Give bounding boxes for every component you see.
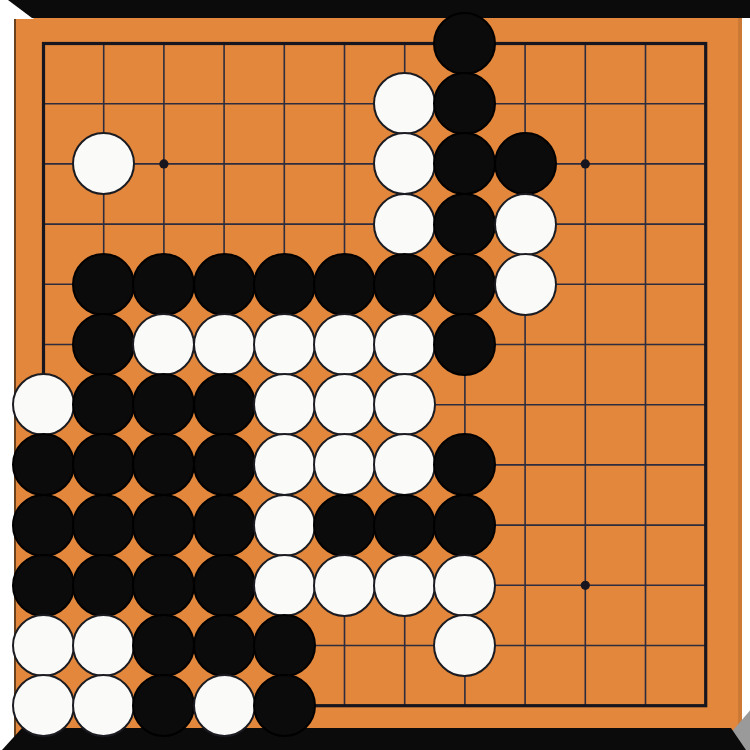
black-stone[interactable]	[433, 12, 496, 75]
white-stone[interactable]	[373, 132, 436, 195]
white-stone[interactable]	[72, 614, 135, 677]
black-stone[interactable]	[12, 494, 75, 557]
white-stone[interactable]	[373, 72, 436, 135]
black-stone[interactable]	[373, 253, 436, 316]
black-stone[interactable]	[72, 373, 135, 436]
page	[0, 0, 750, 750]
black-stone[interactable]	[433, 72, 496, 135]
white-stone[interactable]	[12, 614, 75, 677]
black-stone[interactable]	[193, 373, 256, 436]
white-stone[interactable]	[253, 554, 316, 617]
black-stone[interactable]	[193, 433, 256, 496]
black-stone[interactable]	[132, 494, 195, 557]
black-stone[interactable]	[12, 554, 75, 617]
black-stone[interactable]	[72, 313, 135, 376]
white-stone[interactable]	[12, 674, 75, 737]
white-stone[interactable]	[494, 253, 557, 316]
black-stone[interactable]	[193, 253, 256, 316]
black-stone[interactable]	[313, 253, 376, 316]
black-stone[interactable]	[253, 614, 316, 677]
black-stone[interactable]	[132, 674, 195, 737]
black-stone[interactable]	[433, 193, 496, 256]
white-stone[interactable]	[313, 373, 376, 436]
white-stone[interactable]	[373, 313, 436, 376]
white-stone[interactable]	[313, 554, 376, 617]
white-stone[interactable]	[132, 313, 195, 376]
white-stone[interactable]	[253, 313, 316, 376]
black-stone[interactable]	[12, 433, 75, 496]
black-stone[interactable]	[72, 554, 135, 617]
black-stone[interactable]	[494, 132, 557, 195]
white-stone[interactable]	[373, 193, 436, 256]
black-stone[interactable]	[313, 494, 376, 557]
white-stone[interactable]	[253, 373, 316, 436]
white-stone[interactable]	[494, 193, 557, 256]
black-stone[interactable]	[132, 554, 195, 617]
black-stone[interactable]	[253, 674, 316, 737]
black-stone[interactable]	[253, 253, 316, 316]
black-stone[interactable]	[72, 494, 135, 557]
white-stone[interactable]	[373, 433, 436, 496]
black-stone[interactable]	[433, 253, 496, 316]
white-stone[interactable]	[253, 433, 316, 496]
stones-layer	[0, 0, 750, 750]
black-stone[interactable]	[132, 373, 195, 436]
black-stone[interactable]	[433, 433, 496, 496]
black-stone[interactable]	[72, 433, 135, 496]
white-stone[interactable]	[433, 614, 496, 677]
black-stone[interactable]	[433, 132, 496, 195]
black-stone[interactable]	[433, 494, 496, 557]
black-stone[interactable]	[373, 494, 436, 557]
white-stone[interactable]	[373, 554, 436, 617]
black-stone[interactable]	[72, 253, 135, 316]
black-stone[interactable]	[193, 614, 256, 677]
white-stone[interactable]	[433, 554, 496, 617]
white-stone[interactable]	[193, 313, 256, 376]
black-stone[interactable]	[132, 433, 195, 496]
black-stone[interactable]	[193, 554, 256, 617]
white-stone[interactable]	[12, 373, 75, 436]
black-stone[interactable]	[193, 494, 256, 557]
white-stone[interactable]	[72, 132, 135, 195]
white-stone[interactable]	[373, 373, 436, 436]
white-stone[interactable]	[313, 433, 376, 496]
black-stone[interactable]	[433, 313, 496, 376]
black-stone[interactable]	[132, 614, 195, 677]
black-stone[interactable]	[132, 253, 195, 316]
white-stone[interactable]	[253, 494, 316, 557]
white-stone[interactable]	[72, 674, 135, 737]
white-stone[interactable]	[313, 313, 376, 376]
white-stone[interactable]	[193, 674, 256, 737]
